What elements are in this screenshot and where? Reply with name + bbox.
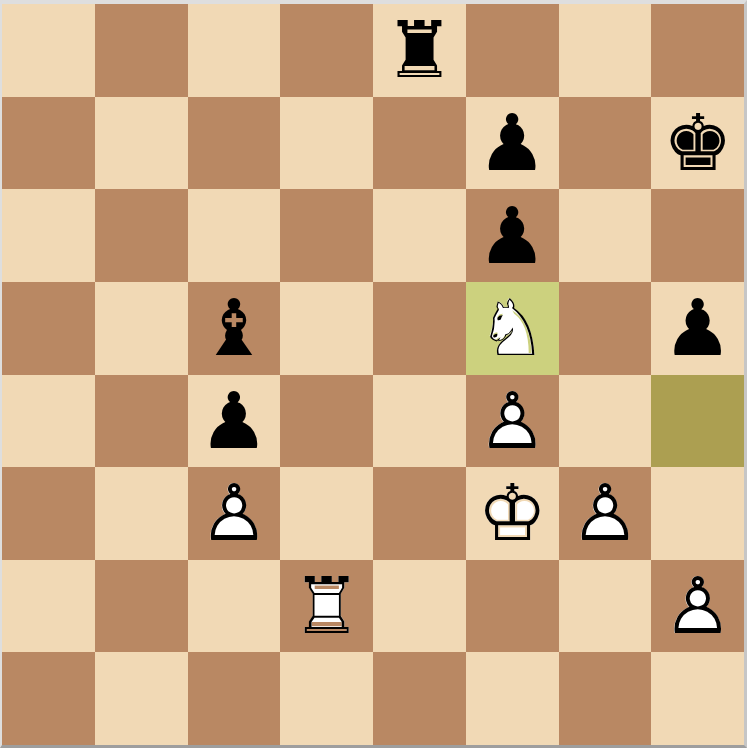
square-h6[interactable]: [651, 189, 744, 282]
black-king-h7[interactable]: [651, 97, 744, 190]
white-pawn-f4[interactable]: [466, 375, 559, 468]
square-f7[interactable]: ♟: [466, 97, 559, 190]
square-h3[interactable]: [651, 467, 744, 560]
white-knight-f5[interactable]: [466, 282, 559, 375]
square-f6[interactable]: ♟: [466, 189, 559, 282]
square-b2[interactable]: [95, 560, 188, 653]
square-c8[interactable]: [188, 4, 281, 97]
square-g6[interactable]: [559, 189, 652, 282]
square-h4-lastmove-highlight[interactable]: [651, 375, 744, 468]
square-b3[interactable]: [95, 467, 188, 560]
square-g1[interactable]: [559, 652, 652, 745]
square-a2[interactable]: [2, 560, 95, 653]
square-c3[interactable]: ♟♙: [188, 467, 281, 560]
black-pawn-c4[interactable]: [188, 375, 281, 468]
square-d8[interactable]: [280, 4, 373, 97]
square-c5[interactable]: ♝: [188, 282, 281, 375]
square-h8[interactable]: [651, 4, 744, 97]
square-e5[interactable]: [373, 282, 466, 375]
black-rook-e8[interactable]: [373, 4, 466, 97]
square-e3[interactable]: [373, 467, 466, 560]
square-d6[interactable]: [280, 189, 373, 282]
square-a1[interactable]: [2, 652, 95, 745]
square-g5[interactable]: [559, 282, 652, 375]
black-pawn-h5[interactable]: [651, 282, 744, 375]
square-g4[interactable]: [559, 375, 652, 468]
chess-board: ♜♟♚♟♝♞♘♟♟♟♙♟♙♚♔♟♙♜♖♟♙: [2, 4, 744, 745]
square-h5[interactable]: ♟: [651, 282, 744, 375]
square-b4[interactable]: [95, 375, 188, 468]
black-pawn-f6[interactable]: [466, 189, 559, 282]
square-c1[interactable]: [188, 652, 281, 745]
square-e1[interactable]: [373, 652, 466, 745]
white-king-f3[interactable]: [466, 467, 559, 560]
square-g8[interactable]: [559, 4, 652, 97]
chess-board-frame: ♜♟♚♟♝♞♘♟♟♟♙♟♙♚♔♟♙♜♖♟♙: [0, 0, 747, 748]
black-bishop-c5[interactable]: [188, 282, 281, 375]
square-c4[interactable]: ♟: [188, 375, 281, 468]
square-d1[interactable]: [280, 652, 373, 745]
square-b5[interactable]: [95, 282, 188, 375]
square-f4[interactable]: ♟♙: [466, 375, 559, 468]
square-c7[interactable]: [188, 97, 281, 190]
white-pawn-c3[interactable]: [188, 467, 281, 560]
square-c2[interactable]: [188, 560, 281, 653]
square-a3[interactable]: [2, 467, 95, 560]
square-f8[interactable]: [466, 4, 559, 97]
square-d4[interactable]: [280, 375, 373, 468]
black-pawn-f7[interactable]: [466, 97, 559, 190]
square-d5[interactable]: [280, 282, 373, 375]
square-f2[interactable]: [466, 560, 559, 653]
square-d2[interactable]: ♜♖: [280, 560, 373, 653]
white-pawn-g3[interactable]: [559, 467, 652, 560]
square-e8[interactable]: ♜: [373, 4, 466, 97]
square-b1[interactable]: [95, 652, 188, 745]
square-a7[interactable]: [2, 97, 95, 190]
square-e2[interactable]: [373, 560, 466, 653]
square-h2[interactable]: ♟♙: [651, 560, 744, 653]
square-d3[interactable]: [280, 467, 373, 560]
square-a4[interactable]: [2, 375, 95, 468]
square-b7[interactable]: [95, 97, 188, 190]
square-g7[interactable]: [559, 97, 652, 190]
square-b8[interactable]: [95, 4, 188, 97]
square-h1[interactable]: [651, 652, 744, 745]
square-a6[interactable]: [2, 189, 95, 282]
square-c6[interactable]: [188, 189, 281, 282]
square-e7[interactable]: [373, 97, 466, 190]
square-g3[interactable]: ♟♙: [559, 467, 652, 560]
white-pawn-h2[interactable]: [651, 560, 744, 653]
square-a8[interactable]: [2, 4, 95, 97]
square-b6[interactable]: [95, 189, 188, 282]
square-e6[interactable]: [373, 189, 466, 282]
square-g2[interactable]: [559, 560, 652, 653]
square-f1[interactable]: [466, 652, 559, 745]
square-f5-lastmove-highlight[interactable]: ♞♘: [466, 282, 559, 375]
square-f3[interactable]: ♚♔: [466, 467, 559, 560]
square-h7[interactable]: ♚: [651, 97, 744, 190]
square-a5[interactable]: [2, 282, 95, 375]
white-rook-d2[interactable]: [280, 560, 373, 653]
square-d7[interactable]: [280, 97, 373, 190]
square-e4[interactable]: [373, 375, 466, 468]
